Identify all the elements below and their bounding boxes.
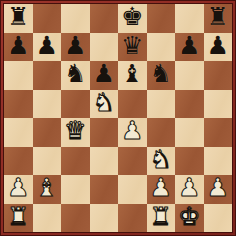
square-f7[interactable] xyxy=(147,33,176,62)
black-king[interactable]: ♚ xyxy=(121,4,143,32)
square-h8[interactable]: ♜ xyxy=(204,4,233,33)
square-h1[interactable] xyxy=(204,204,233,233)
square-b7[interactable]: ♟ xyxy=(33,33,62,62)
square-d1[interactable] xyxy=(90,204,119,233)
square-b2[interactable]: ♝ xyxy=(33,175,62,204)
square-g2[interactable]: ♟ xyxy=(175,175,204,204)
square-a2[interactable]: ♟ xyxy=(4,175,33,204)
square-e1[interactable] xyxy=(118,204,147,233)
square-c4[interactable]: ♛ xyxy=(61,118,90,147)
square-g1[interactable]: ♚ xyxy=(175,204,204,233)
square-f6[interactable]: ♞ xyxy=(147,61,176,90)
square-h4[interactable] xyxy=(204,118,233,147)
square-d4[interactable] xyxy=(90,118,119,147)
square-e3[interactable] xyxy=(118,147,147,176)
square-d5[interactable]: ♞ xyxy=(90,90,119,119)
square-a1[interactable]: ♜ xyxy=(4,204,33,233)
square-c2[interactable] xyxy=(61,175,90,204)
square-d3[interactable] xyxy=(90,147,119,176)
square-g3[interactable] xyxy=(175,147,204,176)
white-rook[interactable]: ♜ xyxy=(150,204,172,232)
square-c5[interactable] xyxy=(61,90,90,119)
square-a4[interactable] xyxy=(4,118,33,147)
square-f1[interactable]: ♜ xyxy=(147,204,176,233)
black-pawn[interactable]: ♟ xyxy=(64,33,86,61)
white-pawn[interactable]: ♟ xyxy=(7,175,29,203)
black-pawn[interactable]: ♟ xyxy=(93,61,115,89)
square-f2[interactable]: ♟ xyxy=(147,175,176,204)
square-b3[interactable] xyxy=(33,147,62,176)
square-e5[interactable] xyxy=(118,90,147,119)
black-pawn[interactable]: ♟ xyxy=(207,33,229,61)
square-e8[interactable]: ♚ xyxy=(118,4,147,33)
square-a3[interactable] xyxy=(4,147,33,176)
black-pawn[interactable]: ♟ xyxy=(36,33,58,61)
square-d6[interactable]: ♟ xyxy=(90,61,119,90)
black-pawn[interactable]: ♟ xyxy=(178,33,200,61)
square-f8[interactable] xyxy=(147,4,176,33)
square-c7[interactable]: ♟ xyxy=(61,33,90,62)
square-c1[interactable] xyxy=(61,204,90,233)
square-e7[interactable]: ♛ xyxy=(118,33,147,62)
black-rook[interactable]: ♜ xyxy=(7,4,29,32)
square-h6[interactable] xyxy=(204,61,233,90)
white-bishop[interactable]: ♝ xyxy=(36,175,58,203)
white-queen[interactable]: ♛ xyxy=(64,118,86,146)
chess-board: ♜♚♜♟♟♟♛♟♟♞♟♝♞♞♛♟♞♟♝♟♟♟♜♜♚ xyxy=(4,4,232,232)
white-pawn[interactable]: ♟ xyxy=(121,118,143,146)
square-d2[interactable] xyxy=(90,175,119,204)
square-a7[interactable]: ♟ xyxy=(4,33,33,62)
square-d8[interactable] xyxy=(90,4,119,33)
black-knight[interactable]: ♞ xyxy=(64,61,86,89)
square-f5[interactable] xyxy=(147,90,176,119)
square-h5[interactable] xyxy=(204,90,233,119)
square-h3[interactable] xyxy=(204,147,233,176)
square-f3[interactable]: ♞ xyxy=(147,147,176,176)
white-pawn[interactable]: ♟ xyxy=(178,175,200,203)
square-b1[interactable] xyxy=(33,204,62,233)
square-g8[interactable] xyxy=(175,4,204,33)
square-a5[interactable] xyxy=(4,90,33,119)
square-e2[interactable] xyxy=(118,175,147,204)
square-e4[interactable]: ♟ xyxy=(118,118,147,147)
white-rook[interactable]: ♜ xyxy=(7,204,29,232)
square-a6[interactable] xyxy=(4,61,33,90)
square-b4[interactable] xyxy=(33,118,62,147)
square-h7[interactable]: ♟ xyxy=(204,33,233,62)
square-g5[interactable] xyxy=(175,90,204,119)
white-king[interactable]: ♚ xyxy=(178,204,200,232)
white-knight[interactable]: ♞ xyxy=(150,147,172,175)
black-queen[interactable]: ♛ xyxy=(121,33,143,61)
black-knight[interactable]: ♞ xyxy=(150,61,172,89)
white-knight[interactable]: ♞ xyxy=(93,90,115,118)
square-c8[interactable] xyxy=(61,4,90,33)
square-e6[interactable]: ♝ xyxy=(118,61,147,90)
square-h2[interactable]: ♟ xyxy=(204,175,233,204)
square-d7[interactable] xyxy=(90,33,119,62)
white-pawn[interactable]: ♟ xyxy=(150,175,172,203)
board-frame: ♜♚♜♟♟♟♛♟♟♞♟♝♞♞♛♟♞♟♝♟♟♟♜♜♚ xyxy=(0,0,236,236)
square-g4[interactable] xyxy=(175,118,204,147)
black-rook[interactable]: ♜ xyxy=(207,4,229,32)
black-pawn[interactable]: ♟ xyxy=(7,33,29,61)
square-b8[interactable] xyxy=(33,4,62,33)
square-b6[interactable] xyxy=(33,61,62,90)
square-g6[interactable] xyxy=(175,61,204,90)
square-c6[interactable]: ♞ xyxy=(61,61,90,90)
square-a8[interactable]: ♜ xyxy=(4,4,33,33)
black-bishop[interactable]: ♝ xyxy=(121,61,143,89)
square-c3[interactable] xyxy=(61,147,90,176)
square-b5[interactable] xyxy=(33,90,62,119)
square-g7[interactable]: ♟ xyxy=(175,33,204,62)
white-pawn[interactable]: ♟ xyxy=(207,175,229,203)
square-f4[interactable] xyxy=(147,118,176,147)
